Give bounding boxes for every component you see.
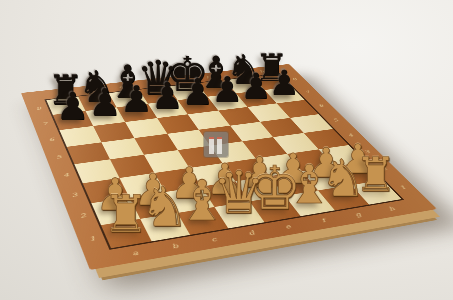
watermark-bar-icon	[217, 137, 222, 154]
black-pawn-b7[interactable]: ♟	[88, 85, 121, 122]
rank-label-left-8: 8	[35, 106, 41, 110]
black-pawn-g7[interactable]: ♟	[240, 68, 271, 103]
file-label-bottom-g: g	[353, 211, 363, 217]
rank-label-left-7: 7	[41, 121, 48, 126]
rank-label-right-6: 6	[317, 104, 325, 108]
file-label-bottom-b: b	[170, 242, 179, 249]
photo-stage: aa88bb77cc66dd55ee44ff33gg22hh11 ♜♞♝♛♚♝♞…	[0, 0, 453, 300]
black-pawn-h7[interactable]: ♟	[269, 65, 300, 100]
file-label-bottom-c: c	[209, 236, 218, 243]
rank-label-left-1: 1	[88, 235, 97, 242]
white-rook-a1[interactable]: ♜	[103, 189, 149, 241]
rank-label-right-1: 1	[398, 185, 408, 191]
file-label-bottom-a: a	[131, 249, 140, 256]
watermark-bar-icon	[209, 137, 214, 154]
file-label-bottom-h: h	[387, 206, 397, 212]
rank-label-left-3: 3	[70, 192, 78, 198]
watermark-logo	[204, 132, 228, 157]
rank-label-left-6: 6	[48, 137, 55, 142]
black-pawn-c7[interactable]: ♟	[120, 81, 153, 118]
rank-label-left-5: 5	[55, 154, 62, 159]
black-pawn-f7[interactable]: ♟	[211, 72, 243, 108]
rank-label-left-4: 4	[62, 172, 69, 178]
black-pawn-e7[interactable]: ♟	[181, 75, 213, 111]
black-pawn-d7[interactable]: ♟	[151, 78, 184, 114]
file-label-bottom-f: f	[320, 217, 328, 223]
rank-label-right-5: 5	[331, 118, 339, 122]
rank-label-left-2: 2	[79, 213, 87, 220]
file-label-bottom-d: d	[247, 230, 257, 237]
file-label-bottom-e: e	[283, 223, 292, 230]
rank-label-right-7: 7	[304, 90, 312, 94]
black-pawn-a7[interactable]: ♟	[56, 88, 90, 126]
